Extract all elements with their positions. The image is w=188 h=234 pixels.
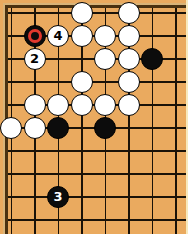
black-stone xyxy=(141,48,163,70)
move-number-label: 3 xyxy=(53,187,62,207)
grid-line-horizontal-8 xyxy=(8,173,186,175)
page-background-strip xyxy=(186,0,188,234)
white-stone xyxy=(118,71,140,93)
black-stone xyxy=(94,117,116,139)
white-stone xyxy=(71,2,93,24)
white-stone xyxy=(24,94,46,116)
black-stone: 3 xyxy=(47,186,69,208)
white-stone xyxy=(118,2,140,24)
grid-line-vertical-7 xyxy=(152,8,154,234)
white-stone xyxy=(0,117,22,139)
black-stone xyxy=(47,117,69,139)
white-stone xyxy=(94,94,116,116)
go-board: 423 xyxy=(0,0,186,234)
white-stone xyxy=(71,25,93,47)
black-stone xyxy=(24,25,46,47)
white-stone: 2 xyxy=(24,48,46,70)
move-number-label: 2 xyxy=(30,49,39,69)
white-stone xyxy=(24,117,46,139)
grid-line-horizontal-4 xyxy=(8,81,186,83)
grid-line-horizontal-10 xyxy=(8,219,186,221)
white-stone xyxy=(94,25,116,47)
circle-mark-icon xyxy=(28,29,42,43)
grid-line-vertical-8 xyxy=(175,8,177,234)
white-stone xyxy=(71,71,93,93)
grid-line-horizontal-1 xyxy=(8,12,186,14)
white-stone xyxy=(94,48,116,70)
white-stone xyxy=(118,48,140,70)
white-stone xyxy=(118,94,140,116)
white-stone xyxy=(71,94,93,116)
grid-line-horizontal-7 xyxy=(8,150,186,152)
white-stone xyxy=(118,25,140,47)
white-stone xyxy=(47,94,69,116)
move-number-label: 4 xyxy=(53,26,62,46)
grid-line-horizontal-9 xyxy=(8,196,186,198)
white-stone: 4 xyxy=(47,25,69,47)
